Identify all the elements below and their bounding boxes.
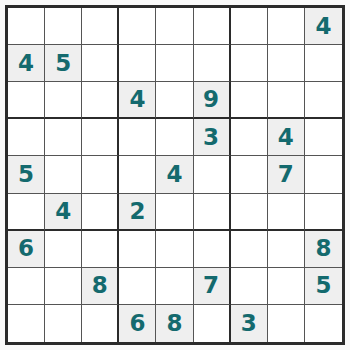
given-digit: 7 (203, 274, 219, 297)
cell-r6c2[interactable]: 4 (45, 194, 82, 231)
cell-r2c3[interactable] (82, 45, 119, 82)
cell-r9c9[interactable] (305, 305, 342, 342)
cell-r3c9[interactable] (305, 82, 342, 119)
cell-r4c3[interactable] (82, 119, 119, 156)
cell-r6c6[interactable] (194, 194, 231, 231)
given-digit: 3 (203, 126, 219, 149)
cell-r5c7[interactable] (231, 156, 268, 193)
cell-r4c8[interactable]: 4 (268, 119, 305, 156)
cell-r1c4[interactable] (119, 8, 156, 45)
cell-r6c7[interactable] (231, 194, 268, 231)
cell-r7c6[interactable] (194, 231, 231, 268)
given-digit: 2 (129, 200, 145, 223)
cell-r5c6[interactable] (194, 156, 231, 193)
cell-r6c8[interactable] (268, 194, 305, 231)
cell-r9c2[interactable] (45, 305, 82, 342)
cell-r5c4[interactable] (119, 156, 156, 193)
given-digit: 9 (203, 88, 219, 111)
cell-r5c1[interactable]: 5 (8, 156, 45, 193)
given-digit: 4 (278, 126, 294, 149)
cell-r2c1[interactable]: 4 (8, 45, 45, 82)
cell-r8c9[interactable]: 5 (305, 268, 342, 305)
cell-r4c6[interactable]: 3 (194, 119, 231, 156)
cell-r3c4[interactable]: 4 (119, 82, 156, 119)
cell-r3c1[interactable] (8, 82, 45, 119)
cell-r1c9[interactable]: 4 (305, 8, 342, 45)
cell-r9c1[interactable] (8, 305, 45, 342)
cell-r3c3[interactable] (82, 82, 119, 119)
cell-r5c2[interactable] (45, 156, 82, 193)
given-digit: 4 (129, 88, 145, 111)
cell-r4c2[interactable] (45, 119, 82, 156)
given-digit: 8 (92, 274, 108, 297)
cell-r5c3[interactable] (82, 156, 119, 193)
given-digit: 8 (166, 312, 182, 335)
sudoku-board: 44549345474268875683 (5, 5, 345, 345)
given-digit: 6 (129, 312, 145, 335)
given-digit: 7 (278, 163, 294, 186)
cell-r4c7[interactable] (231, 119, 268, 156)
cell-r2c8[interactable] (268, 45, 305, 82)
cell-r2c7[interactable] (231, 45, 268, 82)
cell-r1c3[interactable] (82, 8, 119, 45)
cell-r5c8[interactable]: 7 (268, 156, 305, 193)
cell-r4c5[interactable] (156, 119, 193, 156)
cell-r3c8[interactable] (268, 82, 305, 119)
cell-r7c1[interactable]: 6 (8, 231, 45, 268)
cell-r2c2[interactable]: 5 (45, 45, 82, 82)
cell-r4c1[interactable] (8, 119, 45, 156)
cell-r9c5[interactable]: 8 (156, 305, 193, 342)
cell-r5c5[interactable]: 4 (156, 156, 193, 193)
given-digit: 6 (18, 237, 34, 260)
given-digit: 8 (315, 237, 331, 260)
cell-r6c9[interactable] (305, 194, 342, 231)
cell-r4c9[interactable] (305, 119, 342, 156)
cell-r8c5[interactable] (156, 268, 193, 305)
cell-r6c5[interactable] (156, 194, 193, 231)
cell-r1c5[interactable] (156, 8, 193, 45)
cell-r1c8[interactable] (268, 8, 305, 45)
cell-r6c1[interactable] (8, 194, 45, 231)
cell-r3c6[interactable]: 9 (194, 82, 231, 119)
given-digit: 4 (166, 163, 182, 186)
cell-r6c4[interactable]: 2 (119, 194, 156, 231)
given-digit: 3 (241, 312, 257, 335)
cell-r1c2[interactable] (45, 8, 82, 45)
cell-r7c2[interactable] (45, 231, 82, 268)
cell-r7c4[interactable] (119, 231, 156, 268)
given-digit: 4 (315, 15, 331, 38)
cell-r8c7[interactable] (231, 268, 268, 305)
cell-r3c2[interactable] (45, 82, 82, 119)
cell-r7c9[interactable]: 8 (305, 231, 342, 268)
cell-r1c6[interactable] (194, 8, 231, 45)
cell-r1c7[interactable] (231, 8, 268, 45)
cell-r7c7[interactable] (231, 231, 268, 268)
cell-r8c2[interactable] (45, 268, 82, 305)
cell-r9c7[interactable]: 3 (231, 305, 268, 342)
cell-r8c6[interactable]: 7 (194, 268, 231, 305)
cell-r7c8[interactable] (268, 231, 305, 268)
cell-r9c6[interactable] (194, 305, 231, 342)
cell-r8c1[interactable] (8, 268, 45, 305)
cell-r7c3[interactable] (82, 231, 119, 268)
given-digit: 5 (55, 52, 71, 75)
cell-r4c4[interactable] (119, 119, 156, 156)
given-digit: 5 (18, 163, 34, 186)
cell-r8c4[interactable] (119, 268, 156, 305)
cell-r5c9[interactable] (305, 156, 342, 193)
given-digit: 4 (55, 200, 71, 223)
cell-r2c9[interactable] (305, 45, 342, 82)
cell-r8c3[interactable]: 8 (82, 268, 119, 305)
cell-r1c1[interactable] (8, 8, 45, 45)
cell-r8c8[interactable] (268, 268, 305, 305)
cell-r2c6[interactable] (194, 45, 231, 82)
cell-r3c7[interactable] (231, 82, 268, 119)
cell-r6c3[interactable] (82, 194, 119, 231)
given-digit: 5 (315, 274, 331, 297)
cell-r9c8[interactable] (268, 305, 305, 342)
cell-r2c5[interactable] (156, 45, 193, 82)
cell-r3c5[interactable] (156, 82, 193, 119)
cell-r9c4[interactable]: 6 (119, 305, 156, 342)
cell-r7c5[interactable] (156, 231, 193, 268)
cell-r2c4[interactable] (119, 45, 156, 82)
given-digit: 4 (18, 52, 34, 75)
cell-r9c3[interactable] (82, 305, 119, 342)
